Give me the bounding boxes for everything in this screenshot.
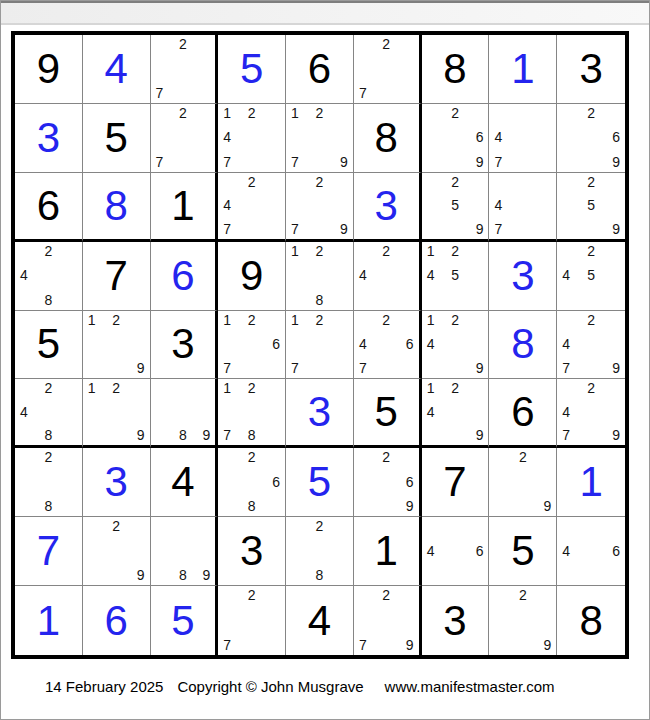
cell-r3c5[interactable]: 279 (286, 173, 354, 242)
pencil-marks: 245 (557, 242, 625, 310)
sudoku-board: 9427562781335271247127982694726968124727… (11, 31, 629, 659)
candidate-digit: 1 (223, 313, 242, 334)
pencil-marks: 2479 (557, 311, 625, 379)
candidate-digit: 2 (581, 381, 600, 401)
cell-r9c8[interactable]: 29 (489, 586, 557, 655)
candidate-digit: 9 (601, 422, 620, 442)
candidate-digit: 6 (261, 334, 280, 355)
cell-r1c1[interactable]: 9 (15, 35, 83, 104)
cell-r5c8[interactable]: 8 (489, 311, 557, 380)
candidate-digit: 7 (223, 354, 242, 375)
pencil-marks: 259 (557, 173, 625, 239)
candidate-digit: 9 (395, 492, 413, 513)
cell-r2c5[interactable]: 1279 (286, 104, 354, 173)
candidate-digit: 2 (377, 244, 395, 265)
given-digit: 3 (443, 600, 466, 642)
footer: 14 February 2025 Copyright © John Musgra… (45, 678, 555, 695)
candidate-digit: 7 (562, 354, 581, 375)
candidate-digit: 4 (223, 195, 242, 215)
pencil-marks: 2467 (354, 311, 419, 379)
given-digit: 6 (37, 185, 60, 227)
entered-digit: 6 (171, 255, 194, 297)
cell-r7c4[interactable]: 268 (218, 448, 286, 517)
candidate-digit: 5 (581, 195, 600, 215)
pencil-marks: 269 (557, 104, 625, 172)
cell-r6c6[interactable]: 5 (354, 379, 422, 448)
candidate-digit: 2 (581, 106, 600, 127)
candidate-digit: 9 (601, 354, 620, 375)
candidate-digit: 7 (359, 631, 377, 652)
given-digit: 4 (308, 600, 331, 642)
candidate-digit: 7 (156, 148, 174, 169)
candidate-digit: 2 (310, 519, 329, 540)
entered-digit: 3 (104, 461, 127, 503)
candidate-digit: 7 (223, 631, 242, 652)
cell-r8c7[interactable]: 46 (422, 517, 490, 586)
cell-r8c9[interactable]: 46 (557, 517, 625, 586)
candidate-digit: 2 (581, 313, 600, 334)
cell-r2c1[interactable]: 3 (15, 104, 83, 173)
cell-r2c4[interactable]: 1247 (218, 104, 286, 173)
candidate-digit: 2 (107, 519, 126, 540)
candidate-digit: 7 (291, 215, 310, 235)
pencil-marks: 24 (354, 242, 419, 310)
pencil-marks: 27 (151, 104, 216, 172)
pencil-marks: 29 (489, 586, 556, 655)
candidate-digit: 2 (39, 450, 58, 471)
candidate-digit: 6 (261, 471, 280, 492)
candidate-digit: 2 (446, 381, 465, 401)
entered-digit: 5 (308, 461, 331, 503)
footer-website: www.manifestmaster.com (385, 678, 555, 695)
candidate-digit: 1 (88, 381, 107, 401)
cell-r7c3[interactable]: 4 (151, 448, 219, 517)
cell-r5c4[interactable]: 1267 (218, 311, 286, 380)
given-digit: 8 (443, 48, 466, 90)
cell-r9c1[interactable]: 1 (15, 586, 83, 655)
cell-r8c5[interactable]: 28 (286, 517, 354, 586)
candidate-digit: 4 (562, 402, 581, 422)
pencil-marks: 1267 (218, 311, 285, 379)
given-digit: 8 (579, 600, 602, 642)
candidate-digit: 5 (446, 195, 465, 215)
pencil-marks: 47 (489, 104, 556, 172)
candidate-digit: 2 (446, 244, 465, 265)
candidate-digit: 2 (377, 450, 395, 471)
candidate-digit: 2 (581, 244, 600, 265)
given-digit: 4 (171, 461, 194, 503)
cell-r9c3[interactable]: 5 (151, 586, 219, 655)
candidate-digit: 2 (581, 175, 600, 195)
entered-digit: 3 (511, 255, 534, 297)
page-frame: 9427562781335271247127982694726968124727… (0, 0, 650, 720)
candidate-digit: 2 (242, 106, 261, 127)
candidate-digit: 6 (601, 540, 620, 561)
given-digit: 7 (104, 255, 127, 297)
given-digit: 5 (375, 391, 398, 433)
given-digit: 5 (37, 323, 60, 365)
candidate-digit: 7 (223, 215, 242, 235)
cell-r1c3[interactable]: 27 (151, 35, 219, 104)
cell-r1c4[interactable]: 5 (218, 35, 286, 104)
cell-r7c5[interactable]: 5 (286, 448, 354, 517)
candidate-digit: 2 (446, 106, 465, 127)
given-digit: 6 (511, 391, 534, 433)
given-digit: 3 (171, 323, 194, 365)
candidate-digit: 4 (427, 334, 446, 355)
candidate-digit: 1 (291, 106, 310, 127)
pencil-marks: 29 (489, 448, 556, 516)
cell-r4c8[interactable]: 3 (489, 242, 557, 311)
cell-r9c7[interactable]: 3 (422, 586, 490, 655)
pencil-marks: 269 (422, 104, 489, 172)
pencil-marks: 279 (354, 586, 419, 655)
cell-r4c7[interactable]: 1245 (422, 242, 490, 311)
candidate-digit: 6 (465, 127, 484, 148)
candidate-digit: 7 (223, 422, 242, 442)
candidate-digit: 9 (329, 215, 348, 235)
candidate-digit: 1 (223, 106, 242, 127)
candidate-digit: 8 (174, 561, 192, 582)
candidate-digit: 2 (310, 175, 329, 195)
candidate-digit: 4 (494, 127, 513, 148)
pencil-marks: 129 (83, 379, 150, 445)
candidate-digit: 4 (359, 334, 377, 355)
pencil-marks: 89 (151, 517, 216, 585)
cell-r1c9[interactable]: 3 (557, 35, 625, 104)
cell-r4c3[interactable]: 6 (151, 242, 219, 311)
pencil-marks: 247 (218, 173, 285, 239)
given-digit: 1 (375, 530, 398, 572)
candidate-digit: 9 (329, 148, 348, 169)
candidate-digit: 2 (446, 313, 465, 334)
candidate-digit: 9 (465, 354, 484, 375)
candidate-digit: 8 (310, 561, 329, 582)
candidate-digit: 4 (562, 540, 581, 561)
candidate-digit: 4 (562, 265, 581, 286)
candidate-digit: 4 (562, 334, 581, 355)
cell-r6c2[interactable]: 129 (83, 379, 151, 448)
pencil-marks: 29 (83, 517, 150, 585)
candidate-digit: 2 (107, 381, 126, 401)
candidate-digit: 4 (427, 265, 446, 286)
cell-r1c8[interactable]: 1 (489, 35, 557, 104)
cell-r5c7[interactable]: 1249 (422, 311, 490, 380)
cell-r2c6[interactable]: 8 (354, 104, 422, 173)
candidate-digit: 1 (427, 244, 446, 265)
cell-r3c2[interactable]: 8 (83, 173, 151, 242)
given-digit: 9 (37, 48, 60, 90)
candidate-digit: 9 (465, 148, 484, 169)
candidate-digit: 9 (601, 215, 620, 235)
candidate-digit: 9 (126, 354, 145, 375)
entered-digit: 1 (37, 600, 60, 642)
cell-r4c6[interactable]: 24 (354, 242, 422, 311)
pencil-marks: 268 (218, 448, 285, 516)
given-digit: 6 (308, 48, 331, 90)
cell-r4c1[interactable]: 248 (15, 242, 83, 311)
given-digit: 8 (375, 117, 398, 159)
pencil-marks: 46 (422, 517, 489, 585)
candidate-digit: 9 (532, 492, 551, 513)
pencil-marks: 129 (83, 311, 150, 379)
candidate-digit: 1 (427, 381, 446, 401)
cell-r9c6[interactable]: 279 (354, 586, 422, 655)
footer-date: 14 February 2025 (45, 678, 163, 695)
candidate-digit: 7 (494, 148, 513, 169)
given-digit: 5 (511, 530, 534, 572)
candidate-digit: 6 (465, 540, 484, 561)
pencil-marks: 259 (422, 173, 489, 239)
pencil-marks: 1247 (218, 104, 285, 172)
entered-digit: 1 (511, 48, 534, 90)
cell-r5c3[interactable]: 3 (151, 311, 219, 380)
candidate-digit: 4 (427, 402, 446, 422)
pencil-marks: 1245 (422, 242, 489, 310)
candidate-digit: 9 (126, 422, 145, 442)
cell-r4c5[interactable]: 128 (286, 242, 354, 311)
pencil-marks: 28 (286, 517, 353, 585)
candidate-digit: 4 (494, 195, 513, 215)
pencil-marks: 28 (15, 448, 82, 516)
candidate-digit: 2 (39, 244, 58, 265)
candidate-digit: 7 (359, 79, 377, 100)
candidate-digit: 2 (107, 313, 126, 334)
cell-r2c3[interactable]: 27 (151, 104, 219, 173)
pencil-marks: 89 (151, 379, 216, 445)
candidate-digit: 1 (223, 381, 242, 401)
given-digit: 9 (240, 255, 263, 297)
entered-digit: 3 (37, 117, 60, 159)
candidate-digit: 7 (223, 148, 242, 169)
cell-r6c4[interactable]: 1278 (218, 379, 286, 448)
pencil-marks: 27 (151, 35, 216, 103)
candidate-digit: 7 (562, 422, 581, 442)
cell-r7c2[interactable]: 3 (83, 448, 151, 517)
cell-r2c7[interactable]: 269 (422, 104, 490, 173)
entered-digit: 4 (104, 48, 127, 90)
cell-r3c1[interactable]: 6 (15, 173, 83, 242)
cell-r6c7[interactable]: 1249 (422, 379, 490, 448)
candidate-digit: 2 (310, 244, 329, 265)
cell-r4c9[interactable]: 245 (557, 242, 625, 311)
candidate-digit: 4 (20, 402, 39, 422)
entered-digit: 8 (511, 323, 534, 365)
cell-r5c9[interactable]: 2479 (557, 311, 625, 380)
candidate-digit: 5 (446, 265, 465, 286)
cell-r6c8[interactable]: 6 (489, 379, 557, 448)
cell-r3c6[interactable]: 3 (354, 173, 422, 242)
candidate-digit: 4 (427, 540, 446, 561)
candidate-digit: 9 (601, 148, 620, 169)
footer-copyright: Copyright © John Musgrave (177, 678, 363, 695)
pencil-marks: 279 (286, 173, 353, 239)
candidate-digit: 1 (88, 313, 107, 334)
candidate-digit: 9 (465, 422, 484, 442)
candidate-digit: 2 (310, 313, 329, 334)
pencil-marks: 127 (286, 311, 353, 379)
cell-r4c4[interactable]: 9 (218, 242, 286, 311)
cell-r3c7[interactable]: 259 (422, 173, 490, 242)
cell-r5c1[interactable]: 5 (15, 311, 83, 380)
entered-digit: 6 (104, 600, 127, 642)
pencil-marks: 27 (354, 35, 419, 103)
candidate-digit: 2 (39, 381, 58, 401)
candidate-digit: 2 (242, 450, 261, 471)
candidate-digit: 4 (223, 127, 242, 148)
candidate-digit: 1 (291, 313, 310, 334)
candidate-digit: 7 (494, 215, 513, 235)
candidate-digit: 8 (39, 286, 58, 307)
candidate-digit: 1 (427, 313, 446, 334)
candidate-digit: 6 (395, 471, 413, 492)
candidate-digit: 2 (377, 588, 395, 609)
candidate-digit: 9 (465, 215, 484, 235)
candidate-digit: 8 (174, 422, 192, 442)
cell-r1c7[interactable]: 8 (422, 35, 490, 104)
candidate-digit: 2 (174, 106, 192, 127)
entered-digit: 1 (579, 461, 602, 503)
candidate-digit: 8 (242, 422, 261, 442)
entered-digit: 5 (171, 600, 194, 642)
cell-r7c6[interactable]: 269 (354, 448, 422, 517)
pencil-marks: 27 (218, 586, 285, 655)
pencil-marks: 1249 (422, 311, 489, 379)
candidate-digit: 9 (532, 631, 551, 652)
candidate-digit: 7 (291, 354, 310, 375)
entered-digit: 3 (308, 391, 331, 433)
cell-r7c8[interactable]: 29 (489, 448, 557, 517)
pencil-marks: 269 (354, 448, 419, 516)
entered-digit: 3 (375, 185, 398, 227)
candidate-digit: 4 (20, 265, 39, 286)
candidate-digit: 9 (192, 561, 210, 582)
pencil-marks: 248 (15, 242, 82, 310)
candidate-digit: 2 (446, 175, 465, 195)
cell-r6c9[interactable]: 2479 (557, 379, 625, 448)
cell-r1c6[interactable]: 27 (354, 35, 422, 104)
candidate-digit: 6 (601, 127, 620, 148)
pencil-marks: 47 (489, 173, 556, 239)
candidate-digit: 2 (242, 175, 261, 195)
cell-r8c8[interactable]: 5 (489, 517, 557, 586)
candidate-digit: 2 (242, 588, 261, 609)
candidate-digit: 2 (242, 313, 261, 334)
cell-r8c1[interactable]: 7 (15, 517, 83, 586)
cell-r7c7[interactable]: 7 (422, 448, 490, 517)
pencil-marks: 1279 (286, 104, 353, 172)
pencil-marks: 46 (557, 517, 625, 585)
given-digit: 7 (443, 461, 466, 503)
cell-r8c3[interactable]: 89 (151, 517, 219, 586)
pencil-marks: 128 (286, 242, 353, 310)
cell-r2c9[interactable]: 269 (557, 104, 625, 173)
cell-r6c1[interactable]: 248 (15, 379, 83, 448)
cell-r6c3[interactable]: 89 (151, 379, 219, 448)
cell-r9c5[interactable]: 4 (286, 586, 354, 655)
cell-r2c2[interactable]: 5 (83, 104, 151, 173)
pencil-marks: 1249 (422, 379, 489, 445)
candidate-digit: 9 (126, 561, 145, 582)
candidate-digit: 7 (359, 354, 377, 375)
given-digit: 5 (104, 117, 127, 159)
candidate-digit: 5 (581, 265, 600, 286)
cell-r7c9[interactable]: 1 (557, 448, 625, 517)
candidate-digit: 2 (513, 588, 532, 609)
cell-r8c2[interactable]: 29 (83, 517, 151, 586)
candidate-digit: 8 (310, 286, 329, 307)
candidate-digit: 2 (377, 313, 395, 334)
given-digit: 3 (240, 530, 263, 572)
cell-r3c3[interactable]: 1 (151, 173, 219, 242)
cell-r1c2[interactable]: 4 (83, 35, 151, 104)
candidate-digit: 4 (359, 265, 377, 286)
cell-r8c4[interactable]: 3 (218, 517, 286, 586)
cell-r6c5[interactable]: 3 (286, 379, 354, 448)
candidate-digit: 9 (395, 631, 413, 652)
cell-r5c5[interactable]: 127 (286, 311, 354, 380)
pencil-marks: 2479 (557, 379, 625, 445)
cell-r9c2[interactable]: 6 (83, 586, 151, 655)
candidate-digit: 2 (377, 37, 395, 58)
candidate-digit: 7 (291, 148, 310, 169)
pencil-marks: 248 (15, 379, 82, 445)
cell-r1c5[interactable]: 6 (286, 35, 354, 104)
pencil-marks: 1278 (218, 379, 285, 445)
candidate-digit: 2 (242, 381, 261, 401)
candidate-digit: 7 (156, 79, 174, 100)
cell-r5c6[interactable]: 2467 (354, 311, 422, 380)
candidate-digit: 2 (174, 37, 192, 58)
entered-digit: 7 (37, 530, 60, 572)
cell-r5c2[interactable]: 129 (83, 311, 151, 380)
given-digit: 1 (171, 185, 194, 227)
candidate-digit: 8 (39, 422, 58, 442)
candidate-digit: 2 (310, 106, 329, 127)
cell-r2c8[interactable]: 47 (489, 104, 557, 173)
cell-r3c4[interactable]: 247 (218, 173, 286, 242)
cell-r7c1[interactable]: 28 (15, 448, 83, 517)
cell-r9c9[interactable]: 8 (557, 586, 625, 655)
candidate-digit: 2 (513, 450, 532, 471)
cell-r9c4[interactable]: 27 (218, 586, 286, 655)
cell-r3c9[interactable]: 259 (557, 173, 625, 242)
candidate-digit: 6 (395, 334, 413, 355)
given-digit: 3 (579, 48, 602, 90)
candidate-digit: 8 (242, 492, 261, 513)
candidate-digit: 9 (192, 422, 210, 442)
entered-digit: 8 (104, 185, 127, 227)
cell-r4c2[interactable]: 7 (83, 242, 151, 311)
candidate-digit: 1 (291, 244, 310, 265)
cell-r8c6[interactable]: 1 (354, 517, 422, 586)
entered-digit: 5 (240, 48, 263, 90)
cell-r3c8[interactable]: 47 (489, 173, 557, 242)
candidate-digit: 8 (39, 492, 58, 513)
window-top-bar (1, 1, 649, 25)
